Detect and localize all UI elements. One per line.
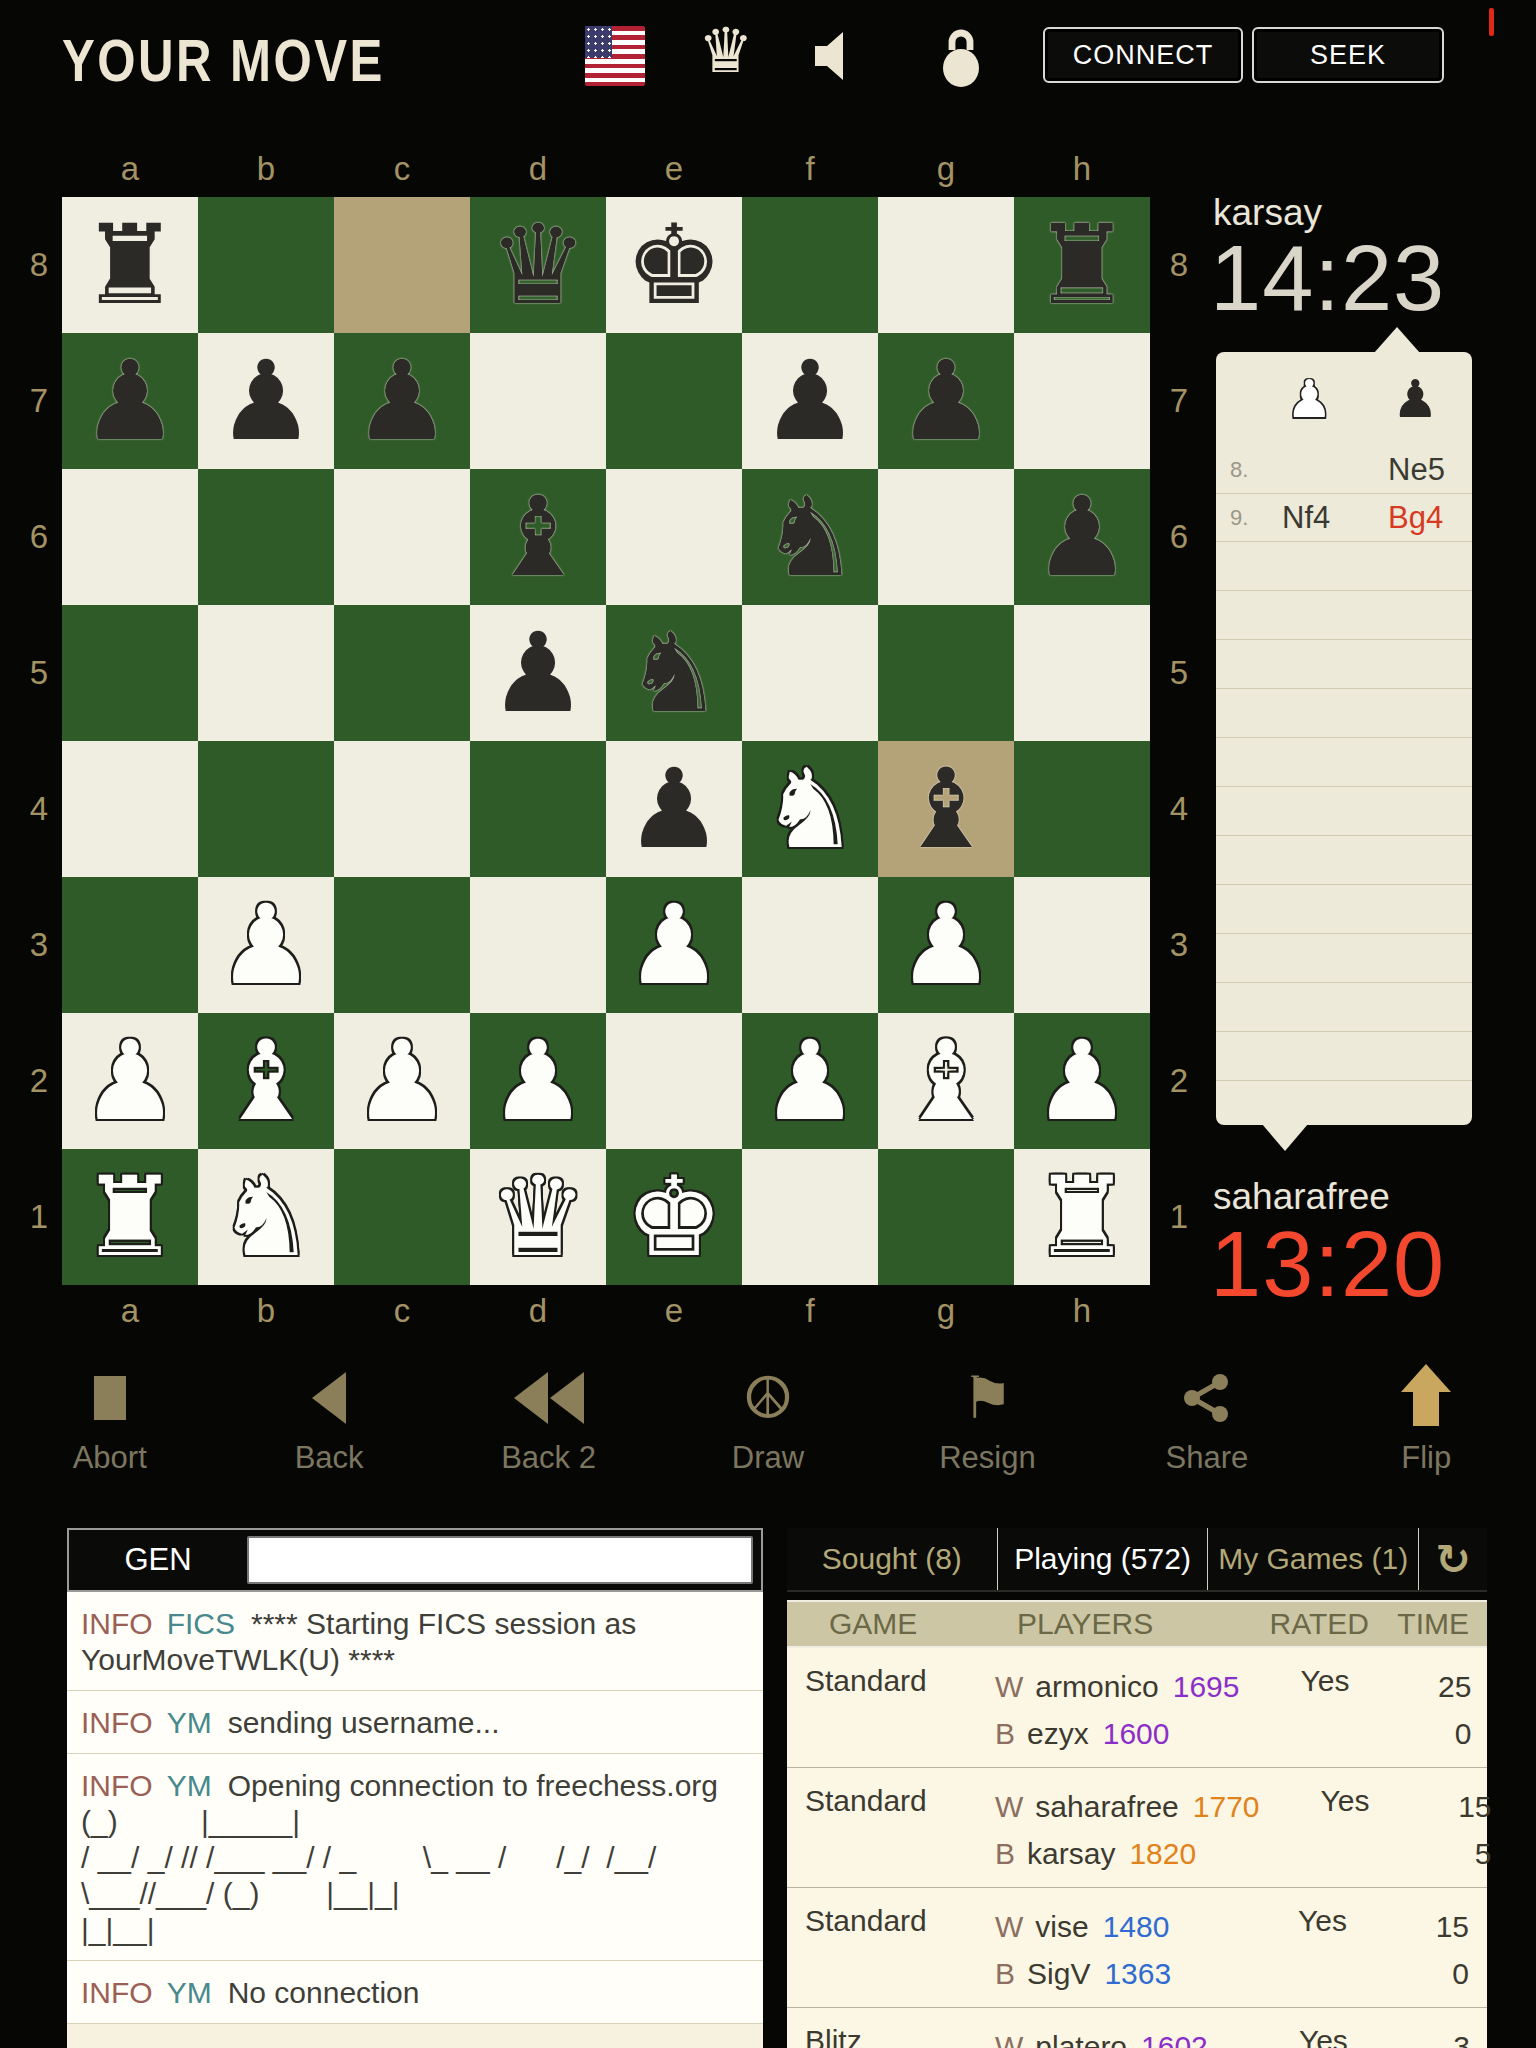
games-tab-my[interactable]: My Games (1) [1208,1528,1419,1590]
square-g7[interactable]: ♟ [878,333,1014,469]
square-a5[interactable] [62,605,198,741]
game-row[interactable]: StandardWsaharafree1770Bkarsay1820Yes155 [787,1768,1487,1888]
square-e3[interactable]: ♟ [606,877,742,1013]
bubble-arrow-up [1374,327,1420,353]
console-tab-gen[interactable]: GEN [69,1542,247,1578]
lock-icon[interactable] [936,24,986,88]
square-h2[interactable]: ♟ [1014,1013,1150,1149]
black-king-e8[interactable]: ♚ [625,210,724,320]
move-row[interactable]: 9.Nf4Bg4 [1216,494,1472,542]
white-pawn-c2[interactable]: ♟ [353,1026,452,1136]
flip-label: Flip [1317,1440,1536,1476]
square-b3[interactable]: ♟ [198,877,334,1013]
square-c3[interactable] [334,877,470,1013]
square-a2[interactable]: ♟ [62,1013,198,1149]
black-pawn-a7[interactable]: ♟ [81,346,180,456]
game-toolbar: Abort Back Back 2 ☮ Draw ⚑ Resign Share [0,1362,1536,1476]
white-pawn-e3[interactable]: ♟ [625,890,724,1000]
square-f5[interactable] [742,605,878,741]
black-pawn-d5[interactable]: ♟ [489,618,588,728]
triangle-left-icon [219,1362,438,1434]
app-title: YOUR MOVE [62,26,385,95]
square-e8[interactable]: ♚ [606,197,742,333]
white-bishop-g2[interactable]: ♝ [897,1026,996,1136]
sound-icon[interactable] [815,30,859,82]
square-g3[interactable]: ♟ [878,877,1014,1013]
square-h3[interactable] [1014,877,1150,1013]
square-b5[interactable] [198,605,334,741]
square-c2[interactable]: ♟ [334,1013,470,1149]
file-labels-top: abcdefgh [62,150,1150,190]
square-d6[interactable]: ♝ [470,469,606,605]
square-g6[interactable] [878,469,1014,605]
file-labels-bottom: abcdefgh [62,1292,1150,1332]
move-row-empty [1216,983,1472,1032]
square-g5[interactable] [878,605,1014,741]
square-h8[interactable]: ♜ [1014,197,1150,333]
black-pawn-h6[interactable]: ♟ [1033,482,1132,592]
square-f1[interactable] [742,1149,878,1285]
clock-white: 13:20 [1210,1212,1445,1317]
console-log-row-empty [67,2024,763,2048]
square-b7[interactable]: ♟ [198,333,334,469]
crown-icon[interactable]: ♛ [698,14,754,87]
square-h6[interactable]: ♟ [1014,469,1150,605]
move-list-header: ♟ ♟ [1216,352,1472,446]
square-h1[interactable]: ♜ [1014,1149,1150,1285]
white-pawn-h2[interactable]: ♟ [1033,1026,1132,1136]
move-row-empty [1216,1081,1472,1125]
square-c7[interactable]: ♟ [334,333,470,469]
square-f4[interactable]: ♞ [742,741,878,877]
move-row-empty [1216,934,1472,983]
square-b8[interactable] [198,197,334,333]
move-row-empty [1216,787,1472,836]
back2-label: Back 2 [439,1440,658,1476]
square-a4[interactable] [62,741,198,877]
column-players: PLAYERS [957,1607,1237,1641]
square-c4[interactable] [334,741,470,877]
console-log-row: INFOFICS**** Starting FICS session as Yo… [67,1592,763,1691]
draw-button[interactable]: ☮ Draw [658,1362,877,1476]
square-a1[interactable]: ♜ [62,1149,198,1285]
square-h4[interactable] [1014,741,1150,877]
square-b6[interactable] [198,469,334,605]
seek-button[interactable]: SEEK [1252,27,1444,83]
white-pawn-b3[interactable]: ♟ [217,890,316,1000]
console-log[interactable]: INFOFICS**** Starting FICS session as Yo… [67,1592,763,2048]
chess-board[interactable]: ♜♛♚♜♟♟♟♟♟♝♞♟♟♞♟♞♝♟♟♟♟♝♟♟♟♝♟♜♞♛♚♜ [62,197,1150,1285]
square-h5[interactable] [1014,605,1150,741]
square-g2[interactable]: ♝ [878,1013,1014,1149]
square-d2[interactable]: ♟ [470,1013,606,1149]
language-flag-icon[interactable] [585,26,645,86]
resign-label: Resign [878,1440,1097,1476]
console-tab-strip: GEN [67,1528,763,1592]
game-row[interactable]: BlitzWplatero1602Bschlernap1589Yes30 [787,2008,1487,2048]
black-knight-f6[interactable]: ♞ [761,482,860,592]
console-log-row: INFOYMNo connection [67,1961,763,2024]
draw-label: Draw [658,1440,877,1476]
console-log-row: INFOYMsending username... [67,1691,763,1754]
move-row-empty [1216,836,1472,885]
back-button[interactable]: Back [219,1362,438,1476]
share-button[interactable]: Share [1097,1362,1316,1476]
square-b2[interactable]: ♝ [198,1013,334,1149]
square-b4[interactable] [198,741,334,877]
console-log-row: INFOYMOpening connection to freechess.or… [67,1754,763,1961]
square-f6[interactable]: ♞ [742,469,878,605]
column-rated: RATED [1237,1607,1387,1641]
rank-labels-left: 87654321 [16,197,62,1285]
black-pawn-f7[interactable]: ♟ [761,346,860,456]
arrow-up-icon [1317,1362,1536,1434]
column-game: GAME [787,1607,957,1641]
white-rook-a1[interactable]: ♜ [81,1162,180,1272]
game-row[interactable]: StandardWarmonico1695Bezyx1600Yes250 [787,1648,1487,1768]
games-table-body[interactable]: StandardWarmonico1695Bezyx1600Yes250Stan… [787,1648,1487,2048]
white-pawn-f2[interactable]: ♟ [761,1026,860,1136]
square-f2[interactable]: ♟ [742,1013,878,1149]
square-e1[interactable]: ♚ [606,1149,742,1285]
double-triangle-left-icon [439,1362,658,1434]
peace-icon: ☮ [658,1362,877,1434]
flag-canton [585,26,612,58]
white-pawn-d2[interactable]: ♟ [489,1026,588,1136]
white-pawn-a2[interactable]: ♟ [81,1026,180,1136]
square-a8[interactable]: ♜ [62,197,198,333]
square-c6[interactable] [334,469,470,605]
square-d8[interactable]: ♛ [470,197,606,333]
square-a6[interactable] [62,469,198,605]
connect-button[interactable]: CONNECT [1043,27,1243,83]
square-g8[interactable] [878,197,1014,333]
console-input[interactable] [247,1536,753,1584]
move-row-empty [1216,591,1472,640]
square-e7[interactable] [606,333,742,469]
stop-square-icon [0,1362,219,1434]
white-rook-h1[interactable]: ♜ [1033,1162,1132,1272]
square-g1[interactable] [878,1149,1014,1285]
black-rook-h8[interactable]: ♜ [1033,210,1132,320]
white-knight-f4[interactable]: ♞ [761,754,860,864]
square-d5[interactable]: ♟ [470,605,606,741]
black-pawn-c7[interactable]: ♟ [353,346,452,456]
games-panel: Sought (8)Playing (572)My Games (1)↻ GAM… [787,1528,1487,2048]
move-row-empty [1216,885,1472,934]
square-d4[interactable] [470,741,606,877]
app-window: YOUR MOVE ♛ CONNECT SEEK abcdefgh abcdef… [0,0,1536,2048]
black-bishop-g4[interactable]: ♝ [897,754,996,864]
square-c5[interactable] [334,605,470,741]
square-f8[interactable] [742,197,878,333]
fics-console: GEN INFOFICS**** Starting FICS session a… [67,1528,763,2048]
square-f7[interactable]: ♟ [742,333,878,469]
white-king-e1[interactable]: ♚ [625,1162,724,1272]
column-time: TIME [1387,1607,1487,1641]
game-row[interactable]: StandardWvise1480BSigV1363Yes150 [787,1888,1487,2008]
white-knight-b1[interactable]: ♞ [217,1162,316,1272]
square-h7[interactable] [1014,333,1150,469]
games-tab-sought[interactable]: Sought (8) [787,1528,998,1590]
clock-black: 14:23 [1210,226,1445,331]
black-pawn-icon: ♟ [1366,369,1472,429]
games-tab-playing[interactable]: Playing (572) [998,1528,1209,1590]
black-pawn-e4[interactable]: ♟ [625,754,724,864]
move-row-empty [1216,689,1472,738]
games-table-header: GAME PLAYERS RATED TIME [787,1600,1487,1648]
share-icon [1097,1362,1316,1434]
square-a7[interactable]: ♟ [62,333,198,469]
rank-labels-right: 87654321 [1156,197,1202,1285]
black-pawn-b7[interactable]: ♟ [217,346,316,456]
square-a3[interactable] [62,877,198,1013]
share-label: Share [1097,1440,1316,1476]
resign-button[interactable]: ⚑ Resign [878,1362,1097,1476]
square-e4[interactable]: ♟ [606,741,742,877]
move-row-empty [1216,1032,1472,1081]
black-pawn-g7[interactable]: ♟ [897,346,996,456]
abort-button[interactable]: Abort [0,1362,219,1476]
white-bishop-b2[interactable]: ♝ [217,1026,316,1136]
move-row[interactable]: 8.Ne5 [1216,446,1472,494]
square-d1[interactable]: ♛ [470,1149,606,1285]
back2-button[interactable]: Back 2 [439,1362,658,1476]
abort-label: Abort [0,1440,219,1476]
square-g4[interactable]: ♝ [878,741,1014,877]
seek-label: SEEK [1310,40,1386,71]
white-queen-d1[interactable]: ♛ [489,1162,588,1272]
bubble-arrow-down [1262,1124,1308,1151]
move-list-panel[interactable]: ♟ ♟ 8.Ne59.Nf4Bg4 [1216,352,1472,1125]
black-bishop-d6[interactable]: ♝ [489,482,588,592]
notification-mark [1489,8,1494,36]
square-c1[interactable] [334,1149,470,1285]
back-label: Back [219,1440,438,1476]
square-c8[interactable] [334,197,470,333]
black-rook-a8[interactable]: ♜ [81,210,180,320]
square-e2[interactable] [606,1013,742,1149]
games-tab-bar: Sought (8)Playing (572)My Games (1)↻ [787,1528,1487,1592]
square-e6[interactable] [606,469,742,605]
move-row-empty [1216,640,1472,689]
flag-icon: ⚑ [878,1362,1097,1434]
connect-label: CONNECT [1073,40,1214,71]
square-f3[interactable] [742,877,878,1013]
white-pawn-g3[interactable]: ♟ [897,890,996,1000]
square-d7[interactable] [470,333,606,469]
square-b1[interactable]: ♞ [198,1149,334,1285]
square-d3[interactable] [470,877,606,1013]
white-pawn-icon: ♟ [1260,369,1366,429]
flip-button[interactable]: Flip [1317,1362,1536,1476]
move-row-empty [1216,738,1472,787]
refresh-icon[interactable]: ↻ [1419,1528,1487,1590]
move-row-empty [1216,542,1472,591]
black-queen-d8[interactable]: ♛ [489,210,588,320]
square-e5[interactable]: ♞ [606,605,742,741]
black-knight-e5[interactable]: ♞ [625,618,724,728]
